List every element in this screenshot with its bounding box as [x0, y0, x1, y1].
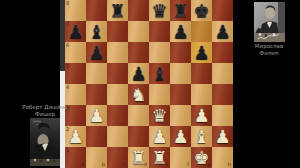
square-b1[interactable]: b — [86, 147, 107, 168]
square-d8[interactable] — [128, 0, 149, 21]
black-king-g8[interactable]: ♚ — [193, 0, 209, 21]
file-label-a: a — [81, 162, 84, 167]
square-f2[interactable]: ♟ — [170, 126, 191, 147]
file-label-c: c — [123, 162, 126, 167]
rank-label-8: 8 — [66, 1, 69, 6]
white-player-name-line2: Фишер — [21, 111, 69, 118]
square-h6[interactable] — [212, 42, 233, 63]
square-g3[interactable]: ♟ — [191, 105, 212, 126]
square-b2[interactable] — [86, 126, 107, 147]
square-e1[interactable]: ♜e — [149, 147, 170, 168]
square-g1[interactable]: ♚g — [191, 147, 212, 168]
filip-portrait-photo — [254, 2, 285, 42]
black-pawn-f7[interactable]: ♟ — [172, 21, 188, 42]
chess-board[interactable]: 8♜♛♜♚♟7♝♟♟6♟♟5♟♝4♞3♟♛♟♟2♟♟♝♟1abc♜d♜ef♚gh — [65, 0, 233, 168]
rank-label-7: 7 — [66, 22, 69, 27]
black-pawn-a7[interactable]: ♟ — [67, 21, 83, 42]
square-d7[interactable] — [128, 21, 149, 42]
square-c7[interactable] — [107, 21, 128, 42]
square-f4[interactable] — [170, 84, 191, 105]
square-f1[interactable]: f — [170, 147, 191, 168]
white-knight-d4[interactable]: ♞ — [130, 84, 146, 105]
square-d4[interactable]: ♞ — [128, 84, 149, 105]
file-label-e: e — [165, 162, 168, 167]
square-f3[interactable] — [170, 105, 191, 126]
black-rook-c8[interactable]: ♜ — [109, 0, 125, 21]
white-player-panel: Роберт Джеймс Фишер — [21, 104, 69, 167]
white-pawn-h2[interactable]: ♟ — [214, 126, 230, 147]
black-pawn-h7[interactable]: ♟ — [214, 21, 230, 42]
square-c5[interactable] — [107, 63, 128, 84]
square-e4[interactable] — [149, 84, 170, 105]
square-d2[interactable] — [128, 126, 149, 147]
square-e5[interactable]: ♝ — [149, 63, 170, 84]
file-label-d: d — [144, 162, 147, 167]
square-e2[interactable]: ♟ — [149, 126, 170, 147]
square-d1[interactable]: ♜d — [128, 147, 149, 168]
square-e6[interactable] — [149, 42, 170, 63]
square-h4[interactable] — [212, 84, 233, 105]
square-h1[interactable]: h — [212, 147, 233, 168]
square-b3[interactable]: ♟ — [86, 105, 107, 126]
fischer-portrait-photo — [30, 118, 60, 166]
square-g7[interactable] — [191, 21, 212, 42]
square-b6[interactable]: ♟ — [86, 42, 107, 63]
square-h5[interactable] — [212, 63, 233, 84]
square-h7[interactable]: ♟ — [212, 21, 233, 42]
black-pawn-b6[interactable]: ♟ — [88, 42, 104, 63]
square-e7[interactable] — [149, 21, 170, 42]
square-g6[interactable]: ♟ — [191, 42, 212, 63]
black-queen-e8[interactable]: ♛ — [151, 0, 167, 21]
file-label-h: h — [228, 162, 231, 167]
square-c2[interactable] — [107, 126, 128, 147]
file-label-g: g — [207, 162, 210, 167]
white-pawn-g3[interactable]: ♟ — [193, 105, 209, 126]
square-a5[interactable]: 5 — [65, 63, 86, 84]
square-c6[interactable] — [107, 42, 128, 63]
square-g5[interactable] — [191, 63, 212, 84]
black-pawn-g6[interactable]: ♟ — [193, 42, 209, 63]
square-d5[interactable]: ♟ — [128, 63, 149, 84]
square-b5[interactable] — [86, 63, 107, 84]
white-pawn-a2[interactable]: ♟ — [67, 126, 83, 147]
square-g4[interactable] — [191, 84, 212, 105]
file-label-f: f — [187, 162, 189, 167]
black-player-name-line2: Филип — [245, 50, 293, 57]
white-player-name-line1: Роберт Джеймс — [21, 104, 69, 111]
square-h2[interactable]: ♟ — [212, 126, 233, 147]
square-b4[interactable] — [86, 84, 107, 105]
square-a8[interactable]: 8 — [65, 0, 86, 21]
square-a7[interactable]: ♟7 — [65, 21, 86, 42]
black-rook-f8[interactable]: ♜ — [172, 0, 188, 21]
white-queen-e3[interactable]: ♛ — [151, 105, 167, 126]
square-h3[interactable] — [212, 105, 233, 126]
square-f7[interactable]: ♟ — [170, 21, 191, 42]
square-b8[interactable] — [86, 0, 107, 21]
square-c4[interactable] — [107, 84, 128, 105]
rank-label-5: 5 — [66, 64, 69, 69]
square-a6[interactable]: 6 — [65, 42, 86, 63]
square-g2[interactable]: ♝ — [191, 126, 212, 147]
square-e8[interactable]: ♛ — [149, 0, 170, 21]
white-pawn-e2[interactable]: ♟ — [151, 126, 167, 147]
square-f6[interactable] — [170, 42, 191, 63]
rank-label-6: 6 — [66, 43, 69, 48]
square-b7[interactable]: ♝ — [86, 21, 107, 42]
black-player-panel: Мирослав Филип — [245, 1, 293, 56]
square-h8[interactable] — [212, 0, 233, 21]
square-g8[interactable]: ♚ — [191, 0, 212, 21]
square-a4[interactable]: 4 — [65, 84, 86, 105]
rank-label-4: 4 — [66, 85, 69, 90]
black-bishop-e5[interactable]: ♝ — [151, 63, 167, 84]
square-c1[interactable]: c — [107, 147, 128, 168]
square-c3[interactable] — [107, 105, 128, 126]
app-window: 8♜♛♜♚♟7♝♟♟6♟♟5♟♝4♞3♟♛♟♟2♟♟♝♟1abc♜d♜ef♚gh… — [0, 0, 300, 168]
black-pawn-d5[interactable]: ♟ — [130, 63, 146, 84]
square-f5[interactable] — [170, 63, 191, 84]
white-pawn-b3[interactable]: ♟ — [88, 105, 104, 126]
file-label-b: b — [102, 162, 105, 167]
white-bishop-g2[interactable]: ♝ — [193, 126, 209, 147]
square-d3[interactable] — [128, 105, 149, 126]
square-c8[interactable]: ♜ — [107, 0, 128, 21]
square-e3[interactable]: ♛ — [149, 105, 170, 126]
square-d6[interactable] — [128, 42, 149, 63]
black-bishop-b7[interactable]: ♝ — [88, 21, 104, 42]
square-f8[interactable]: ♜ — [170, 0, 191, 21]
white-pawn-f2[interactable]: ♟ — [172, 126, 188, 147]
